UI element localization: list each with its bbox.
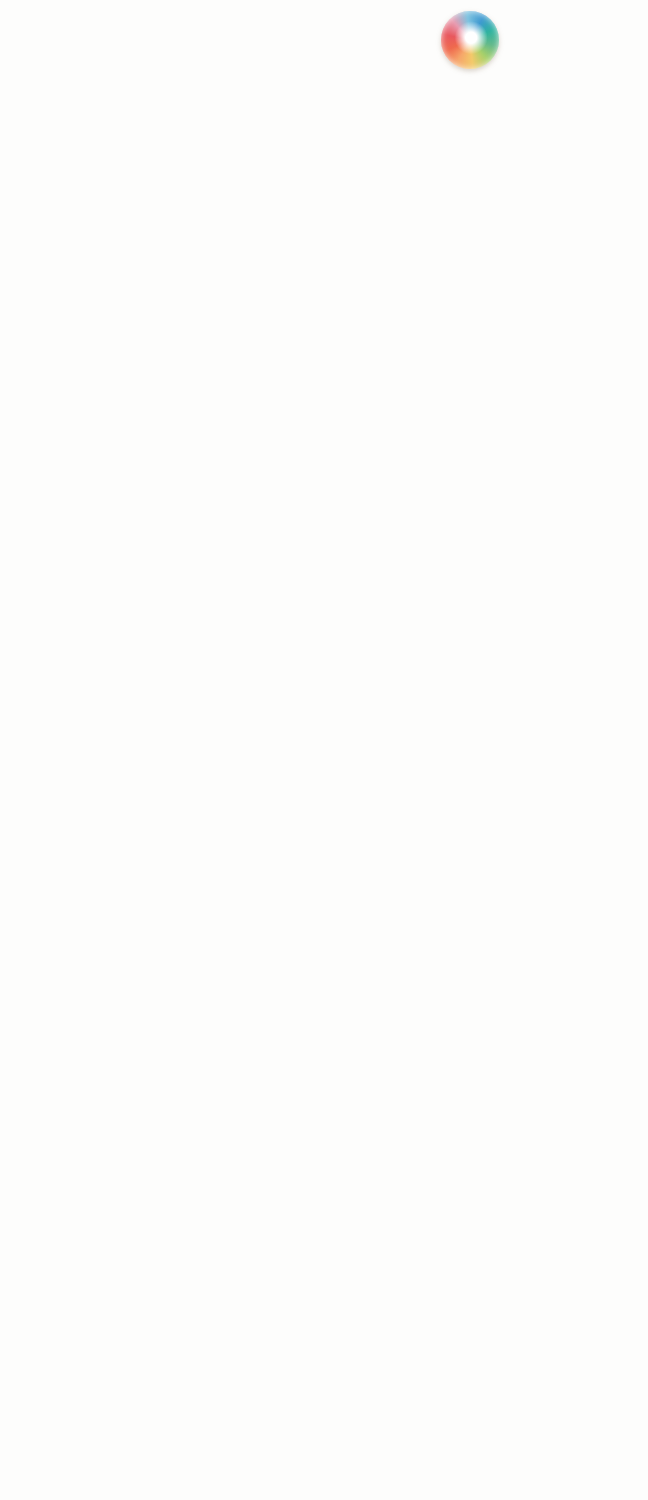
lottery-trend-board xyxy=(0,0,648,1500)
site-logo-swirl-icon[interactable] xyxy=(441,11,499,69)
site-logo[interactable] xyxy=(0,0,648,90)
trend-lines xyxy=(0,0,648,1500)
